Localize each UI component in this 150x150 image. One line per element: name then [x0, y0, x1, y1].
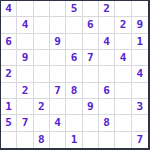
sudoku-cell[interactable]: [132, 1, 148, 17]
sudoku-cell[interactable]: [17, 34, 33, 50]
sudoku-cell[interactable]: 4: [115, 50, 131, 66]
sudoku-cell[interactable]: [66, 115, 82, 131]
sudoku-cell[interactable]: [50, 99, 66, 115]
sudoku-digit: 5: [71, 3, 78, 14]
sudoku-digit: 9: [87, 101, 94, 112]
sudoku-digit: 1: [137, 36, 144, 47]
sudoku-digit: 8: [38, 134, 45, 145]
sudoku-cell[interactable]: 4: [132, 66, 148, 82]
sudoku-cell[interactable]: [50, 66, 66, 82]
sudoku-digit: 7: [137, 134, 144, 145]
sudoku-digit: 2: [120, 19, 127, 30]
sudoku-digit: 4: [103, 36, 110, 47]
sudoku-cell[interactable]: [115, 115, 131, 131]
sudoku-cell[interactable]: [132, 50, 148, 66]
sudoku-cell[interactable]: [66, 34, 82, 50]
sudoku-cell[interactable]: [115, 99, 131, 115]
sudoku-digit: 5: [5, 117, 12, 128]
sudoku-digit: 6: [87, 19, 94, 30]
sudoku-cell[interactable]: [132, 115, 148, 131]
sudoku-cell[interactable]: 2: [17, 83, 33, 99]
sudoku-cell[interactable]: [83, 1, 99, 17]
sudoku-cell[interactable]: 6: [1, 34, 17, 50]
sudoku-cell[interactable]: 5: [1, 115, 17, 131]
sudoku-cell[interactable]: [83, 115, 99, 131]
sudoku-cell[interactable]: 5: [66, 1, 82, 17]
sudoku-digit: 2: [38, 101, 45, 112]
sudoku-cell[interactable]: [34, 1, 50, 17]
sudoku-cell[interactable]: [50, 50, 66, 66]
sudoku-cell[interactable]: 9: [83, 99, 99, 115]
sudoku-cell[interactable]: 4: [50, 115, 66, 131]
sudoku-cell[interactable]: [17, 99, 33, 115]
sudoku-cell[interactable]: [34, 34, 50, 50]
sudoku-cell[interactable]: [99, 50, 115, 66]
sudoku-digit: 4: [54, 117, 61, 128]
sudoku-digit: 7: [22, 117, 29, 128]
sudoku-cell[interactable]: 9: [132, 17, 148, 33]
sudoku-cell[interactable]: [115, 83, 131, 99]
sudoku-cell[interactable]: 9: [17, 50, 33, 66]
sudoku-digit: 4: [22, 19, 29, 30]
sudoku-cell[interactable]: [17, 1, 33, 17]
sudoku-digit: 2: [22, 85, 29, 96]
sudoku-cell[interactable]: [66, 66, 82, 82]
sudoku-digit: 4: [137, 68, 144, 79]
sudoku-cell[interactable]: 4: [17, 17, 33, 33]
sudoku-cell[interactable]: 1: [66, 132, 82, 148]
sudoku-cell[interactable]: 6: [66, 50, 82, 66]
sudoku-digit: 9: [22, 52, 29, 63]
sudoku-cell[interactable]: [115, 1, 131, 17]
sudoku-digit: 9: [137, 19, 144, 30]
sudoku-cell[interactable]: [34, 50, 50, 66]
sudoku-cell[interactable]: 7: [17, 115, 33, 131]
sudoku-digit: 8: [103, 117, 110, 128]
sudoku-digit: 7: [54, 85, 61, 96]
sudoku-cell[interactable]: 2: [34, 99, 50, 115]
sudoku-digit: 6: [5, 36, 12, 47]
sudoku-cell[interactable]: [99, 99, 115, 115]
sudoku-cell[interactable]: 4: [1, 1, 17, 17]
sudoku-cell[interactable]: [1, 50, 17, 66]
sudoku-cell[interactable]: [83, 132, 99, 148]
sudoku-cell[interactable]: [132, 83, 148, 99]
sudoku-cell[interactable]: [1, 17, 17, 33]
sudoku-digit: 6: [103, 85, 110, 96]
sudoku-digit: 3: [137, 101, 144, 112]
sudoku-cell[interactable]: 8: [99, 115, 115, 131]
sudoku-cell[interactable]: [50, 1, 66, 17]
sudoku-cell[interactable]: [66, 99, 82, 115]
sudoku-cell[interactable]: [99, 66, 115, 82]
sudoku-cell[interactable]: [83, 34, 99, 50]
sudoku-digit: 1: [71, 134, 78, 145]
sudoku-cell[interactable]: [83, 83, 99, 99]
sudoku-cell[interactable]: 1: [1, 99, 17, 115]
sudoku-digit: 2: [103, 3, 110, 14]
sudoku-cell[interactable]: [83, 66, 99, 82]
sudoku-cell[interactable]: [1, 132, 17, 148]
sudoku-cell[interactable]: 9: [50, 34, 66, 50]
sudoku-cell[interactable]: [115, 66, 131, 82]
sudoku-cell[interactable]: 6: [99, 83, 115, 99]
sudoku-cell[interactable]: [66, 17, 82, 33]
sudoku-cell[interactable]: [1, 83, 17, 99]
sudoku-cell[interactable]: 3: [132, 99, 148, 115]
sudoku-board: 45246296941967424278612935748817: [0, 0, 150, 150]
sudoku-cell[interactable]: 2: [99, 1, 115, 17]
sudoku-cell[interactable]: 1: [132, 34, 148, 50]
sudoku-digit: 7: [87, 52, 94, 63]
sudoku-cell[interactable]: [115, 34, 131, 50]
sudoku-cell[interactable]: [34, 115, 50, 131]
sudoku-digit: 1: [5, 101, 12, 112]
sudoku-cell[interactable]: 2: [115, 17, 131, 33]
sudoku-cell[interactable]: [50, 132, 66, 148]
sudoku-cell[interactable]: 8: [34, 132, 50, 148]
sudoku-cell[interactable]: [99, 17, 115, 33]
sudoku-digit: 4: [120, 52, 127, 63]
sudoku-cell[interactable]: 4: [99, 34, 115, 50]
sudoku-cell[interactable]: 8: [66, 83, 82, 99]
sudoku-cell[interactable]: [34, 83, 50, 99]
sudoku-cell[interactable]: [34, 66, 50, 82]
sudoku-cell[interactable]: [115, 132, 131, 148]
sudoku-digit: 4: [5, 3, 12, 14]
sudoku-cell[interactable]: [50, 17, 66, 33]
sudoku-cell[interactable]: 7: [50, 83, 66, 99]
sudoku-cell[interactable]: [17, 66, 33, 82]
sudoku-cell[interactable]: 2: [1, 66, 17, 82]
sudoku-cell[interactable]: 7: [132, 132, 148, 148]
sudoku-cell[interactable]: [34, 17, 50, 33]
sudoku-cell[interactable]: [17, 132, 33, 148]
sudoku-cell[interactable]: 7: [83, 50, 99, 66]
sudoku-cell[interactable]: 6: [83, 17, 99, 33]
sudoku-digit: 2: [5, 68, 12, 79]
sudoku-digit: 8: [71, 85, 78, 96]
sudoku-digit: 6: [71, 52, 78, 63]
sudoku-cell[interactable]: [99, 132, 115, 148]
sudoku-digit: 9: [54, 36, 61, 47]
